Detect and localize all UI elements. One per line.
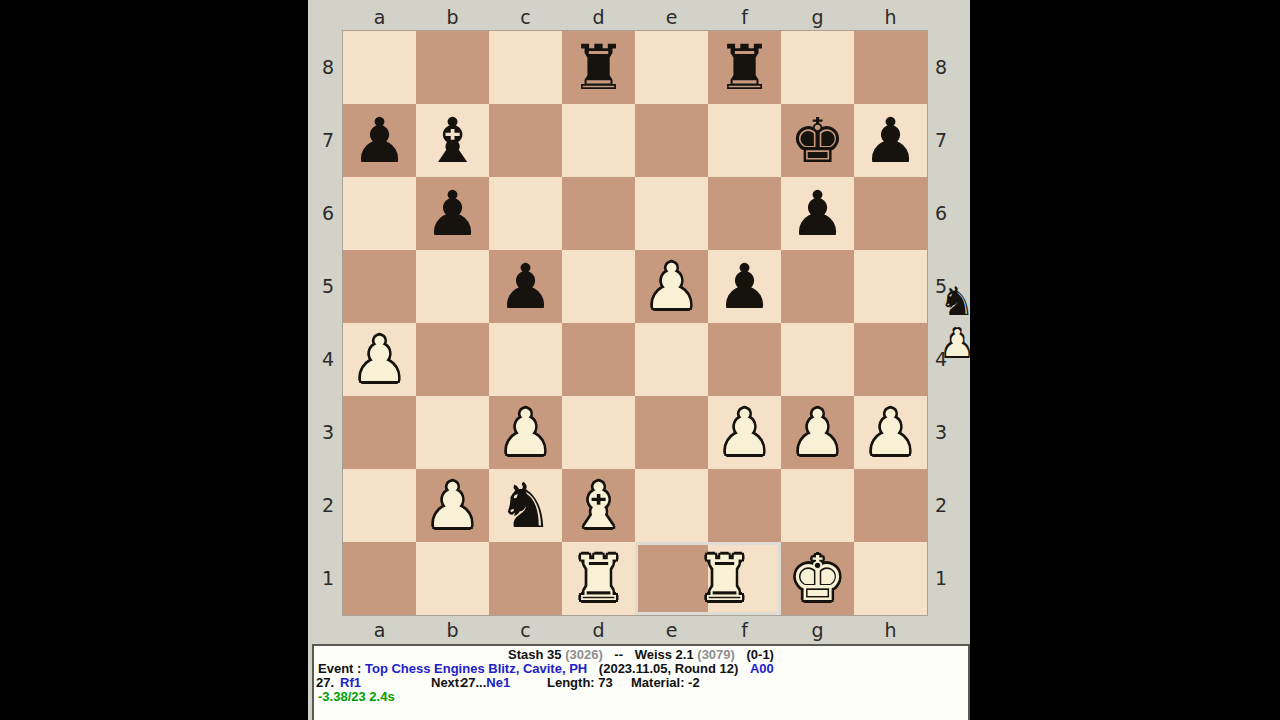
square-d1[interactable]: ♜ — [562, 542, 635, 615]
chess-board[interactable]: ♜♜♟♝♚♟♟♟♟♟♟♟♟♟♟♟♟♞♝♜♜♚ — [343, 31, 927, 615]
rank-label-left-5: 5 — [316, 250, 340, 323]
rank-label-left-6: 6 — [316, 177, 340, 250]
square-f3[interactable]: ♟ — [708, 396, 781, 469]
square-g1[interactable]: ♚ — [781, 542, 854, 615]
file-label-bottom-d: d — [562, 619, 635, 641]
black-player-name: Weiss 2.1 — [635, 647, 694, 662]
engine-eval: -3.38/23 2.4s — [318, 689, 395, 704]
square-f7[interactable] — [708, 104, 781, 177]
square-c6[interactable] — [489, 177, 562, 250]
square-d2[interactable]: ♝ — [562, 469, 635, 542]
square-d5[interactable] — [562, 250, 635, 323]
piece-white-king-g1[interactable]: ♚ — [781, 542, 854, 615]
square-h5[interactable] — [854, 250, 927, 323]
event-name[interactable]: Top Chess Engines Blitz, Cavite, PH — [365, 661, 587, 676]
square-f2[interactable] — [708, 469, 781, 542]
rank-label-right-2: 2 — [929, 469, 953, 542]
piece-white-pawn-a4[interactable]: ♟ — [343, 323, 416, 396]
square-e6[interactable] — [635, 177, 708, 250]
piece-black-pawn-h7[interactable]: ♟ — [854, 104, 927, 177]
square-b8[interactable] — [416, 31, 489, 104]
rank-label-right-1: 1 — [929, 542, 953, 615]
square-b6[interactable]: ♟ — [416, 177, 489, 250]
piece-black-king-g7[interactable]: ♚ — [781, 104, 854, 177]
piece-black-pawn-a7[interactable]: ♟ — [343, 104, 416, 177]
square-b3[interactable] — [416, 396, 489, 469]
square-g3[interactable]: ♟ — [781, 396, 854, 469]
next-move-san[interactable]: Ne1 — [486, 675, 510, 690]
square-a8[interactable] — [343, 31, 416, 104]
event-line: Event : Top Chess Engines Blitz, Cavite,… — [318, 661, 774, 676]
square-g8[interactable] — [781, 31, 854, 104]
letterbox-right — [970, 0, 1280, 720]
square-c2[interactable]: ♞ — [489, 469, 562, 542]
square-c4[interactable] — [489, 323, 562, 396]
square-e3[interactable] — [635, 396, 708, 469]
piece-white-pawn-f3[interactable]: ♟ — [708, 396, 781, 469]
file-label-bottom-c: c — [489, 619, 562, 641]
rank-label-right-8: 8 — [929, 31, 953, 104]
square-g4[interactable] — [781, 323, 854, 396]
material-field: Material: -2 — [631, 675, 700, 690]
piece-black-bishop-b7[interactable]: ♝ — [416, 104, 489, 177]
square-a1[interactable] — [343, 542, 416, 615]
square-b7[interactable]: ♝ — [416, 104, 489, 177]
square-f8[interactable]: ♜ — [708, 31, 781, 104]
piece-black-pawn-f5[interactable]: ♟ — [708, 250, 781, 323]
square-d6[interactable] — [562, 177, 635, 250]
rank-label-right-3: 3 — [929, 396, 953, 469]
square-h4[interactable] — [854, 323, 927, 396]
piece-white-rook-f1[interactable]: ♜ — [688, 542, 761, 615]
file-label-top-b: b — [416, 6, 489, 28]
square-e4[interactable] — [635, 323, 708, 396]
square-h3[interactable]: ♟ — [854, 396, 927, 469]
next-move[interactable]: 27...Ne1 — [461, 675, 510, 690]
event-date-round: (2023.11.05, Round 12) — [599, 661, 738, 676]
square-f6[interactable] — [708, 177, 781, 250]
file-label-top-c: c — [489, 6, 562, 28]
game-info-panel: Stash 35 (3026) -- Weiss 2.1 (3079) (0-1… — [312, 644, 970, 720]
file-label-bottom-g: g — [781, 619, 854, 641]
square-a4[interactable]: ♟ — [343, 323, 416, 396]
square-d4[interactable] — [562, 323, 635, 396]
square-a3[interactable] — [343, 396, 416, 469]
square-h8[interactable] — [854, 31, 927, 104]
square-e2[interactable] — [635, 469, 708, 542]
game-result: (0-1) — [747, 647, 774, 662]
rank-label-right-7: 7 — [929, 104, 953, 177]
played-move[interactable]: Rf1 — [340, 675, 361, 690]
piece-white-pawn-c3[interactable]: ♟ — [489, 396, 562, 469]
file-label-bottom-a: a — [343, 619, 416, 641]
square-a6[interactable] — [343, 177, 416, 250]
square-e7[interactable] — [635, 104, 708, 177]
material-value: -2 — [688, 675, 700, 690]
square-e5[interactable]: ♟ — [635, 250, 708, 323]
square-h6[interactable] — [854, 177, 927, 250]
piece-white-pawn-g3[interactable]: ♟ — [781, 396, 854, 469]
square-b2[interactable]: ♟ — [416, 469, 489, 542]
file-label-bottom-h: h — [854, 619, 927, 641]
piece-white-pawn-e5[interactable]: ♟ — [635, 250, 708, 323]
square-a2[interactable] — [343, 469, 416, 542]
rank-label-left-3: 3 — [316, 396, 340, 469]
square-c1[interactable] — [489, 542, 562, 615]
square-d8[interactable]: ♜ — [562, 31, 635, 104]
square-b5[interactable] — [416, 250, 489, 323]
square-h2[interactable] — [854, 469, 927, 542]
square-c8[interactable] — [489, 31, 562, 104]
white-player-rating: (3026) — [565, 647, 603, 662]
square-d3[interactable] — [562, 396, 635, 469]
square-a7[interactable]: ♟ — [343, 104, 416, 177]
square-g7[interactable]: ♚ — [781, 104, 854, 177]
square-h7[interactable]: ♟ — [854, 104, 927, 177]
square-b1[interactable] — [416, 542, 489, 615]
file-label-top-e: e — [635, 6, 708, 28]
file-label-bottom-f: f — [708, 619, 781, 641]
square-c5[interactable]: ♟ — [489, 250, 562, 323]
square-c3[interactable]: ♟ — [489, 396, 562, 469]
square-f4[interactable] — [708, 323, 781, 396]
rank-label-left-1: 1 — [316, 542, 340, 615]
file-label-top-d: d — [562, 6, 635, 28]
next-move-number: 27... — [461, 675, 486, 690]
piece-black-rook-d8[interactable]: ♜ — [562, 31, 635, 104]
square-g5[interactable] — [781, 250, 854, 323]
square-f5[interactable]: ♟ — [708, 250, 781, 323]
piece-white-bishop-d2[interactable]: ♝ — [562, 469, 635, 542]
piece-black-pawn-b6[interactable]: ♟ — [416, 177, 489, 250]
players-separator: -- — [614, 647, 623, 662]
piece-white-pawn-b2[interactable]: ♟ — [416, 469, 489, 542]
square-e8[interactable] — [635, 31, 708, 104]
square-h1[interactable] — [854, 542, 927, 615]
letterbox-left — [0, 0, 308, 720]
rank-label-left-2: 2 — [316, 469, 340, 542]
square-d7[interactable] — [562, 104, 635, 177]
square-b4[interactable] — [416, 323, 489, 396]
piece-black-pawn-c5[interactable]: ♟ — [489, 250, 562, 323]
board-area: ♜♜♟♝♚♟♟♟♟♟♟♟♟♟♟♟♟♞♝♜♜♚ ♞♟ Stash 35 (3026… — [308, 0, 970, 720]
file-label-top-f: f — [708, 6, 781, 28]
file-label-bottom-b: b — [416, 619, 489, 641]
eco-code[interactable]: A00 — [750, 661, 774, 676]
piece-white-rook-d1[interactable]: ♜ — [562, 542, 635, 615]
rank-label-right-6: 6 — [929, 177, 953, 250]
rank-label-left-7: 7 — [316, 104, 340, 177]
square-g6[interactable]: ♟ — [781, 177, 854, 250]
players-header: Stash 35 (3026) -- Weiss 2.1 (3079) (0-1… — [314, 647, 968, 662]
move-line: 27. Rf1 Next: 27...Ne1 Length: 73 Materi… — [314, 675, 968, 689]
rank-label-left-4: 4 — [316, 323, 340, 396]
piece-white-pawn-h3[interactable]: ♟ — [854, 396, 927, 469]
white-player-name: Stash 35 — [508, 647, 561, 662]
square-a5[interactable] — [343, 250, 416, 323]
file-label-top-a: a — [343, 6, 416, 28]
rank-label-right-5: 5 — [929, 250, 953, 323]
length-value: 73 — [598, 675, 612, 690]
file-label-top-h: h — [854, 6, 927, 28]
black-player-rating: (3079) — [697, 647, 735, 662]
rank-label-right-4: 4 — [929, 323, 953, 396]
piece-black-pawn-g6[interactable]: ♟ — [781, 177, 854, 250]
move-number: 27. — [316, 675, 334, 690]
piece-black-knight-c2[interactable]: ♞ — [489, 469, 562, 542]
event-label: Event : — [318, 661, 361, 676]
file-label-bottom-e: e — [635, 619, 708, 641]
length-field: Length: 73 — [547, 675, 613, 690]
file-label-top-g: g — [781, 6, 854, 28]
next-label: Next: — [431, 675, 464, 690]
square-c7[interactable] — [489, 104, 562, 177]
piece-black-rook-f8[interactable]: ♜ — [708, 31, 781, 104]
rank-label-left-8: 8 — [316, 31, 340, 104]
square-g2[interactable] — [781, 469, 854, 542]
